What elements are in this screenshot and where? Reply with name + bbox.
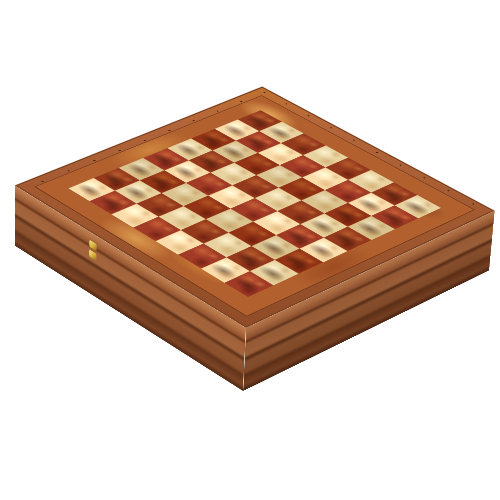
scene: ♜♞♝♛♚♝♞♜♟♟♟♟♟♟♟♟♟♟♟♟♟♟♟♟♜♞♝♛♚♝♞♜ — [0, 0, 500, 500]
red-rook: ♜ — [224, 271, 273, 297]
product-photo: ♜♞♝♛♚♝♞♜♟♟♟♟♟♟♟♟♟♟♟♟♟♟♟♟♜♞♝♛♚♝♞♜ — [0, 0, 500, 500]
camera-tilt: ♜♞♝♛♚♝♞♜♟♟♟♟♟♟♟♟♟♟♟♟♟♟♟♟♜♞♝♛♚♝♞♜ — [0, 0, 500, 500]
piece-glyph: ♜ — [225, 237, 273, 290]
white-pawn: ♟ — [90, 191, 137, 215]
brass-latch-icon — [89, 239, 97, 260]
chess-case: ♜♞♝♛♚♝♞♜♟♟♟♟♟♟♟♟♟♟♟♟♟♟♟♟♜♞♝♛♚♝♞♜ — [15, 87, 495, 328]
piece-glyph: ♟ — [94, 166, 132, 208]
